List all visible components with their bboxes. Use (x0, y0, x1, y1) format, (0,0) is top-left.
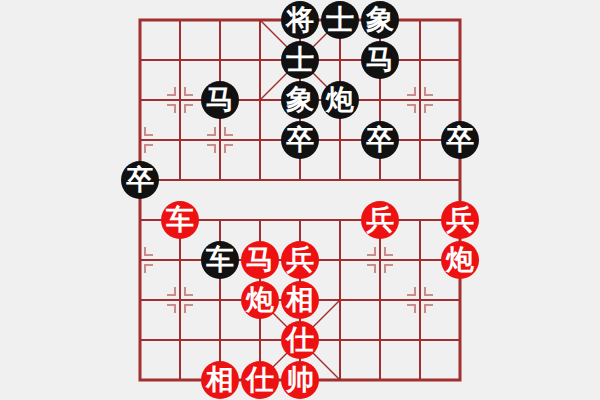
piece-black-chariot[interactable]: 车 (201, 241, 239, 279)
piece-black-soldier-3[interactable]: 卒 (441, 121, 479, 159)
piece-red-cannon-2[interactable]: 炮 (241, 281, 279, 319)
piece-red-advisor-1[interactable]: 仕 (281, 321, 319, 359)
piece-red-soldier-3[interactable]: 兵 (281, 241, 319, 279)
piece-black-soldier-2[interactable]: 卒 (361, 121, 399, 159)
piece-red-elephant-1[interactable]: 相 (281, 281, 319, 319)
piece-black-advisor-1[interactable]: 士 (321, 1, 359, 39)
piece-black-elephant-1[interactable]: 象 (361, 1, 399, 39)
piece-red-advisor-2[interactable]: 仕 (241, 361, 279, 399)
piece-red-elephant-2[interactable]: 相 (201, 361, 239, 399)
piece-red-chariot[interactable]: 车 (161, 201, 199, 239)
piece-black-soldier-4[interactable]: 卒 (121, 161, 159, 199)
piece-black-general[interactable]: 将 (281, 1, 319, 39)
xiangqi-board: 将士象士马马象炮卒卒卒卒车兵兵车马兵炮炮相仕相仕帅 (0, 0, 600, 400)
piece-red-horse[interactable]: 马 (241, 241, 279, 279)
piece-black-elephant-2[interactable]: 象 (281, 81, 319, 119)
piece-red-cannon-1[interactable]: 炮 (441, 241, 479, 279)
piece-black-advisor-2[interactable]: 士 (281, 41, 319, 79)
piece-red-general[interactable]: 帅 (281, 361, 319, 399)
piece-red-soldier-1[interactable]: 兵 (361, 201, 399, 239)
piece-black-cannon[interactable]: 炮 (321, 81, 359, 119)
piece-black-horse-2[interactable]: 马 (201, 81, 239, 119)
piece-red-soldier-2[interactable]: 兵 (441, 201, 479, 239)
piece-black-soldier-1[interactable]: 卒 (281, 121, 319, 159)
piece-black-horse-1[interactable]: 马 (361, 41, 399, 79)
